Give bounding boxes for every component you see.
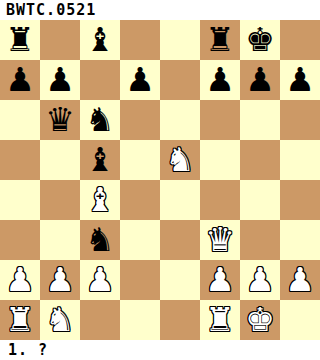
square-c3[interactable]: ♞ [80,220,120,260]
square-a6[interactable] [0,100,40,140]
black-pawn-piece: ♟ [205,60,235,100]
square-f3[interactable]: ♛ [200,220,240,260]
puzzle-id: BWTC.0521 [6,1,96,19]
footer-bar: 1. ? [0,340,320,360]
square-d4[interactable] [120,180,160,220]
black-bishop-piece: ♝ [85,20,115,60]
square-b5[interactable] [40,140,80,180]
white-queen-piece: ♛ [205,220,235,260]
move-prompt: 1. ? [8,341,48,359]
black-queen-piece: ♛ [45,100,75,140]
square-e3[interactable] [160,220,200,260]
square-h8[interactable] [280,20,320,60]
white-pawn-piece: ♟ [285,260,315,300]
white-rook-piece: ♜ [205,300,235,340]
square-c4[interactable]: ♝ [80,180,120,220]
white-pawn-piece: ♟ [205,260,235,300]
square-b2[interactable]: ♟ [40,260,80,300]
black-pawn-piece: ♟ [285,60,315,100]
square-c1[interactable] [80,300,120,340]
square-d1[interactable] [120,300,160,340]
square-g3[interactable] [240,220,280,260]
white-rook-piece: ♜ [5,300,35,340]
square-h2[interactable]: ♟ [280,260,320,300]
square-c6[interactable]: ♞ [80,100,120,140]
square-e1[interactable] [160,300,200,340]
square-a2[interactable]: ♟ [0,260,40,300]
square-e6[interactable] [160,100,200,140]
square-h3[interactable] [280,220,320,260]
black-pawn-piece: ♟ [45,60,75,100]
square-g7[interactable]: ♟ [240,60,280,100]
square-g1[interactable]: ♚ [240,300,280,340]
square-b4[interactable] [40,180,80,220]
square-a1[interactable]: ♜ [0,300,40,340]
white-bishop-piece: ♝ [85,180,115,220]
white-king-piece: ♚ [245,300,275,340]
square-f5[interactable] [200,140,240,180]
square-e8[interactable] [160,20,200,60]
square-b7[interactable]: ♟ [40,60,80,100]
square-e5[interactable]: ♞ [160,140,200,180]
square-h1[interactable] [280,300,320,340]
square-d2[interactable] [120,260,160,300]
square-a7[interactable]: ♟ [0,60,40,100]
square-d3[interactable] [120,220,160,260]
black-king-piece: ♚ [245,20,275,60]
square-h7[interactable]: ♟ [280,60,320,100]
white-pawn-piece: ♟ [45,260,75,300]
square-f7[interactable]: ♟ [200,60,240,100]
square-c8[interactable]: ♝ [80,20,120,60]
square-c5[interactable]: ♝ [80,140,120,180]
square-e2[interactable] [160,260,200,300]
white-pawn-piece: ♟ [85,260,115,300]
white-pawn-piece: ♟ [5,260,35,300]
square-h5[interactable] [280,140,320,180]
black-knight-piece: ♞ [85,220,115,260]
black-rook-piece: ♜ [5,20,35,60]
square-a4[interactable] [0,180,40,220]
white-knight-piece: ♞ [45,300,75,340]
square-g2[interactable]: ♟ [240,260,280,300]
square-a8[interactable]: ♜ [0,20,40,60]
black-knight-piece: ♞ [85,100,115,140]
square-f6[interactable] [200,100,240,140]
white-knight-piece: ♞ [165,140,195,180]
square-f2[interactable]: ♟ [200,260,240,300]
square-b1[interactable]: ♞ [40,300,80,340]
square-f4[interactable] [200,180,240,220]
square-g5[interactable] [240,140,280,180]
square-e4[interactable] [160,180,200,220]
square-b8[interactable] [40,20,80,60]
square-c7[interactable] [80,60,120,100]
square-g8[interactable]: ♚ [240,20,280,60]
square-f1[interactable]: ♜ [200,300,240,340]
black-pawn-piece: ♟ [5,60,35,100]
black-pawn-piece: ♟ [125,60,155,100]
black-bishop-piece: ♝ [85,140,115,180]
square-e7[interactable] [160,60,200,100]
square-d7[interactable]: ♟ [120,60,160,100]
black-rook-piece: ♜ [205,20,235,60]
chess-board: ♜♝♜♚♟♟♟♟♟♟♛♞♝♞♝♞♛♟♟♟♟♟♟♜♞♜♚ [0,20,320,340]
square-h6[interactable] [280,100,320,140]
square-d5[interactable] [120,140,160,180]
square-g4[interactable] [240,180,280,220]
square-f8[interactable]: ♜ [200,20,240,60]
white-pawn-piece: ♟ [245,260,275,300]
square-d8[interactable] [120,20,160,60]
black-pawn-piece: ♟ [245,60,275,100]
square-b3[interactable] [40,220,80,260]
square-h4[interactable] [280,180,320,220]
square-a3[interactable] [0,220,40,260]
square-g6[interactable] [240,100,280,140]
square-a5[interactable] [0,140,40,180]
header-bar: BWTC.0521 [0,0,320,20]
square-c2[interactable]: ♟ [80,260,120,300]
square-b6[interactable]: ♛ [40,100,80,140]
square-d6[interactable] [120,100,160,140]
